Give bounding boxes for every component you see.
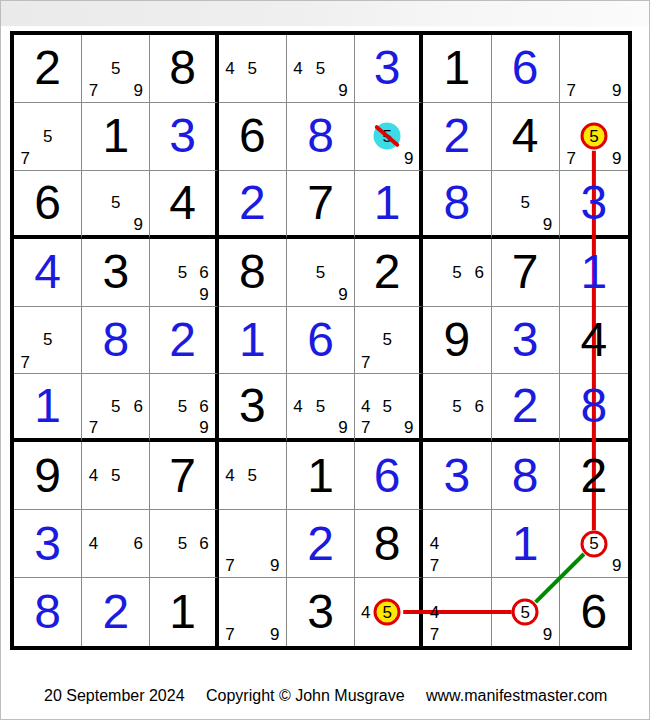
cell-r1c5[interactable]: 459 bbox=[287, 35, 355, 103]
solved-digit: 2 bbox=[219, 171, 286, 235]
cell-r7c5[interactable]: 1 bbox=[287, 442, 355, 510]
cell-r5c3[interactable]: 2 bbox=[150, 307, 218, 375]
pencil-mark: 7 bbox=[20, 354, 29, 371]
cell-r7c8[interactable]: 8 bbox=[492, 442, 560, 510]
pencil-mark: 7 bbox=[361, 354, 370, 371]
given-digit: 6 bbox=[219, 103, 286, 170]
cell-r6c5[interactable]: 459 bbox=[287, 374, 355, 442]
cell-r9c9[interactable]: 6 bbox=[560, 578, 628, 646]
pencil-mark: 6 bbox=[134, 398, 143, 415]
pencil-mark: 9 bbox=[543, 216, 552, 233]
cell-r3c9[interactable]: 3 bbox=[560, 171, 628, 239]
copyright-text: Copyright © John Musgrave bbox=[206, 687, 405, 704]
cell-r9c4[interactable]: 79 bbox=[219, 578, 287, 646]
cell-r4c9[interactable]: 1 bbox=[560, 239, 628, 307]
pencil-mark: 5 bbox=[178, 535, 187, 552]
pencil-mark: 5 bbox=[248, 467, 257, 484]
solved-digit: 1 bbox=[14, 374, 81, 438]
pencil-mark: 5 bbox=[43, 128, 52, 145]
given-digit: 1 bbox=[150, 578, 214, 646]
given-digit: 7 bbox=[150, 442, 214, 509]
cell-r7c3[interactable]: 7 bbox=[150, 442, 218, 510]
given-digit: 3 bbox=[219, 374, 286, 438]
pencil-mark: 4 bbox=[361, 604, 370, 621]
pencil-mark: 9 bbox=[199, 419, 208, 436]
cell-r1c7[interactable]: 1 bbox=[423, 35, 491, 103]
sudoku-board: 2579845459316795713685924579659427185934… bbox=[10, 31, 632, 650]
cell-r5c6[interactable]: 57 bbox=[355, 307, 423, 375]
cell-r6c3[interactable]: 569 bbox=[150, 374, 218, 442]
pencil-mark: 4 bbox=[293, 398, 302, 415]
solved-digit: 3 bbox=[423, 442, 490, 509]
cell-r9c7[interactable]: 47 bbox=[423, 578, 491, 646]
pencil-mark: 5 bbox=[43, 331, 52, 348]
given-digit: 2 bbox=[14, 35, 81, 102]
pencil-mark: 9 bbox=[612, 557, 621, 574]
pencil-mark: 5 bbox=[382, 604, 391, 621]
pencil-mark: 9 bbox=[270, 557, 279, 574]
solved-digit: 1 bbox=[355, 171, 419, 235]
solved-digit: 2 bbox=[82, 578, 149, 646]
pencil-mark: 5 bbox=[111, 194, 120, 211]
solved-digit: 8 bbox=[423, 171, 490, 235]
pencil-mark: 4 bbox=[225, 60, 234, 77]
solved-digit: 2 bbox=[492, 374, 559, 438]
given-digit: 4 bbox=[150, 171, 214, 235]
pencil-mark: 9 bbox=[543, 626, 552, 643]
pencil-mark: 6 bbox=[199, 398, 208, 415]
pencil-mark: 5 bbox=[178, 264, 187, 281]
pencil-mark: 5 bbox=[316, 60, 325, 77]
given-digit: 9 bbox=[423, 307, 490, 374]
cell-r6c7[interactable]: 56 bbox=[423, 374, 491, 442]
cell-r2c6[interactable]: 59 bbox=[355, 103, 423, 171]
cell-r1c9[interactable]: 79 bbox=[560, 35, 628, 103]
solved-digit: 6 bbox=[287, 307, 354, 374]
pencil-mark: 9 bbox=[404, 419, 413, 436]
cell-r5c7[interactable]: 9 bbox=[423, 307, 491, 375]
cell-r2c3[interactable]: 3 bbox=[150, 103, 218, 171]
cell-r6c1[interactable]: 1 bbox=[14, 374, 82, 442]
pencil-mark: 6 bbox=[199, 264, 208, 281]
cell-r6c8[interactable]: 2 bbox=[492, 374, 560, 442]
cell-r1c6[interactable]: 3 bbox=[355, 35, 423, 103]
solved-digit: 3 bbox=[560, 171, 628, 235]
pencil-mark: 5 bbox=[111, 60, 120, 77]
cell-r1c3[interactable]: 8 bbox=[150, 35, 218, 103]
cell-r2c9[interactable]: 579 bbox=[560, 103, 628, 171]
cell-r2c2[interactable]: 1 bbox=[82, 103, 150, 171]
pencil-mark: 4 bbox=[361, 398, 370, 415]
cell-r8c8[interactable]: 1 bbox=[492, 510, 560, 578]
solved-digit: 4 bbox=[14, 239, 81, 306]
cell-r8c6[interactable]: 8 bbox=[355, 510, 423, 578]
cell-r6c6[interactable]: 4579 bbox=[355, 374, 423, 442]
cell-r8c2[interactable]: 46 bbox=[82, 510, 150, 578]
cell-r4c6[interactable]: 2 bbox=[355, 239, 423, 307]
pencil-mark: 7 bbox=[89, 82, 98, 99]
solved-digit: 3 bbox=[355, 35, 419, 102]
pencil-mark: 5 bbox=[452, 264, 461, 281]
cell-r9c8[interactable]: 59 bbox=[492, 578, 560, 646]
pencil-mark: 5 bbox=[111, 467, 120, 484]
cell-r7c7[interactable]: 3 bbox=[423, 442, 491, 510]
cell-r5c8[interactable]: 3 bbox=[492, 307, 560, 375]
cell-r3c4[interactable]: 2 bbox=[219, 171, 287, 239]
cell-r2c8[interactable]: 4 bbox=[492, 103, 560, 171]
pencil-mark: 9 bbox=[338, 419, 347, 436]
solved-digit: 3 bbox=[14, 510, 81, 577]
cell-r4c5[interactable]: 59 bbox=[287, 239, 355, 307]
cell-r3c5[interactable]: 7 bbox=[287, 171, 355, 239]
pencil-mark: 5 bbox=[589, 128, 598, 145]
pencil-mark: 9 bbox=[270, 626, 279, 643]
pencil-mark: 4 bbox=[430, 604, 439, 621]
given-digit: 7 bbox=[287, 171, 354, 235]
cell-r3c1[interactable]: 6 bbox=[14, 171, 82, 239]
cell-r9c2[interactable]: 2 bbox=[82, 578, 150, 646]
pencil-mark: 5 bbox=[520, 604, 529, 621]
cell-r3c8[interactable]: 59 bbox=[492, 171, 560, 239]
cell-r9c5[interactable]: 3 bbox=[287, 578, 355, 646]
cell-r9c3[interactable]: 1 bbox=[150, 578, 218, 646]
given-digit: 3 bbox=[82, 239, 149, 306]
given-digit: 7 bbox=[492, 239, 559, 306]
cell-r7c4[interactable]: 45 bbox=[219, 442, 287, 510]
cell-r4c3[interactable]: 569 bbox=[150, 239, 218, 307]
solved-digit: 2 bbox=[423, 103, 490, 170]
website-text: www.manifestmaster.com bbox=[426, 687, 607, 704]
pencil-mark: 7 bbox=[89, 419, 98, 436]
cell-r6c4[interactable]: 3 bbox=[219, 374, 287, 442]
cell-r3c2[interactable]: 59 bbox=[82, 171, 150, 239]
cell-r8c1[interactable]: 3 bbox=[14, 510, 82, 578]
cell-r2c4[interactable]: 6 bbox=[219, 103, 287, 171]
cell-r4c8[interactable]: 7 bbox=[492, 239, 560, 307]
cell-r1c4[interactable]: 45 bbox=[219, 35, 287, 103]
pencil-mark: 9 bbox=[404, 150, 413, 167]
cell-r4c2[interactable]: 3 bbox=[82, 239, 150, 307]
page: { "game": "sudoku", "position": "2.8..31… bbox=[0, 0, 650, 720]
pencil-mark: 6 bbox=[475, 264, 484, 281]
sudoku-grid: 2579845459316795713685924579659427185934… bbox=[14, 35, 628, 646]
pencil-mark: 9 bbox=[134, 82, 143, 99]
solved-digit: 3 bbox=[492, 307, 559, 374]
pencil-mark: 7 bbox=[361, 419, 370, 436]
pencil-mark: 7 bbox=[225, 626, 234, 643]
cell-r5c1[interactable]: 57 bbox=[14, 307, 82, 375]
cell-r8c4[interactable]: 79 bbox=[219, 510, 287, 578]
solved-digit: 8 bbox=[287, 103, 354, 170]
solved-digit: 3 bbox=[150, 103, 214, 170]
cell-r1c2[interactable]: 579 bbox=[82, 35, 150, 103]
pencil-mark: 9 bbox=[134, 216, 143, 233]
given-digit: 1 bbox=[287, 442, 354, 509]
cell-r2c1[interactable]: 57 bbox=[14, 103, 82, 171]
cell-r7c9[interactable]: 2 bbox=[560, 442, 628, 510]
cell-r3c3[interactable]: 4 bbox=[150, 171, 218, 239]
footer: 20 September 2024 Copyright © John Musgr… bbox=[44, 687, 624, 705]
pencil-mark: 9 bbox=[338, 82, 347, 99]
cell-r3c6[interactable]: 1 bbox=[355, 171, 423, 239]
pencil-mark: 5 bbox=[382, 398, 391, 415]
cell-r9c6[interactable]: 45 bbox=[355, 578, 423, 646]
pencil-mark: 5 bbox=[316, 264, 325, 281]
cell-r8c3[interactable]: 56 bbox=[150, 510, 218, 578]
given-digit: 2 bbox=[560, 442, 628, 509]
solved-digit: 8 bbox=[82, 307, 149, 374]
given-digit: 4 bbox=[560, 307, 628, 374]
pencil-mark: 5 bbox=[382, 331, 391, 348]
solved-digit: 8 bbox=[492, 442, 559, 509]
pencil-mark: 5 bbox=[248, 60, 257, 77]
cell-r1c1[interactable]: 2 bbox=[14, 35, 82, 103]
cell-r4c4[interactable]: 8 bbox=[219, 239, 287, 307]
pencil-mark: 7 bbox=[20, 150, 29, 167]
solved-digit: 6 bbox=[355, 442, 419, 509]
cell-r5c2[interactable]: 8 bbox=[82, 307, 150, 375]
cell-r8c5[interactable]: 2 bbox=[287, 510, 355, 578]
given-digit: 8 bbox=[355, 510, 419, 577]
given-digit: 1 bbox=[423, 35, 490, 102]
pencil-mark: 7 bbox=[430, 626, 439, 643]
cell-r6c2[interactable]: 567 bbox=[82, 374, 150, 442]
pencil-mark: 6 bbox=[134, 535, 143, 552]
cell-r4c7[interactable]: 56 bbox=[423, 239, 491, 307]
solved-digit: 1 bbox=[492, 510, 559, 577]
given-digit: 2 bbox=[355, 239, 419, 306]
cell-r5c9[interactable]: 4 bbox=[560, 307, 628, 375]
pencil-mark: 7 bbox=[566, 150, 575, 167]
cell-r2c7[interactable]: 2 bbox=[423, 103, 491, 171]
given-digit: 6 bbox=[14, 171, 81, 235]
date-text: 20 September 2024 bbox=[44, 687, 185, 704]
given-digit: 4 bbox=[492, 103, 559, 170]
solved-digit: 2 bbox=[287, 510, 354, 577]
pencil-mark: 5 bbox=[452, 398, 461, 415]
cell-r3c7[interactable]: 8 bbox=[423, 171, 491, 239]
solved-digit: 1 bbox=[219, 307, 286, 374]
cell-r7c6[interactable]: 6 bbox=[355, 442, 423, 510]
solved-digit: 1 bbox=[560, 239, 628, 306]
given-digit: 8 bbox=[150, 35, 214, 102]
pencil-mark: 5 bbox=[316, 398, 325, 415]
cell-r8c7[interactable]: 47 bbox=[423, 510, 491, 578]
pencil-mark: 5 bbox=[178, 398, 187, 415]
cell-r7c2[interactable]: 45 bbox=[82, 442, 150, 510]
solved-digit: 8 bbox=[560, 374, 628, 438]
given-digit: 9 bbox=[14, 442, 81, 509]
cell-r8c9[interactable]: 59 bbox=[560, 510, 628, 578]
cell-r9c1[interactable]: 8 bbox=[14, 578, 82, 646]
pencil-mark: 4 bbox=[293, 60, 302, 77]
pencil-mark: 6 bbox=[199, 535, 208, 552]
solved-digit: 8 bbox=[14, 578, 81, 646]
pencil-mark: 9 bbox=[338, 286, 347, 303]
pencil-mark: 4 bbox=[430, 535, 439, 552]
pencil-mark: 4 bbox=[89, 535, 98, 552]
pencil-mark: 9 bbox=[199, 286, 208, 303]
pencil-mark: 7 bbox=[225, 557, 234, 574]
pencil-mark: 4 bbox=[225, 467, 234, 484]
given-digit: 8 bbox=[219, 239, 286, 306]
solved-digit: 6 bbox=[492, 35, 559, 102]
pencil-mark: 9 bbox=[612, 82, 621, 99]
given-digit: 6 bbox=[560, 578, 628, 646]
pencil-mark: 9 bbox=[612, 150, 621, 167]
pencil-mark: 7 bbox=[566, 82, 575, 99]
cell-r5c4[interactable]: 1 bbox=[219, 307, 287, 375]
top-toolbar-strip bbox=[1, 1, 649, 27]
pencil-mark: 5 bbox=[589, 535, 598, 552]
pencil-mark: 5 bbox=[520, 194, 529, 211]
pencil-mark: 4 bbox=[89, 467, 98, 484]
cell-r7c1[interactable]: 9 bbox=[14, 442, 82, 510]
given-digit: 3 bbox=[287, 578, 354, 646]
pencil-mark: 5 bbox=[111, 398, 120, 415]
pencil-mark: 7 bbox=[430, 557, 439, 574]
given-digit: 1 bbox=[82, 103, 149, 170]
solved-digit: 2 bbox=[150, 307, 214, 374]
cell-r2c5[interactable]: 8 bbox=[287, 103, 355, 171]
cell-r5c5[interactable]: 6 bbox=[287, 307, 355, 375]
pencil-mark: 6 bbox=[475, 398, 484, 415]
cell-r1c8[interactable]: 6 bbox=[492, 35, 560, 103]
cell-r6c9[interactable]: 8 bbox=[560, 374, 628, 442]
cell-r4c1[interactable]: 4 bbox=[14, 239, 82, 307]
